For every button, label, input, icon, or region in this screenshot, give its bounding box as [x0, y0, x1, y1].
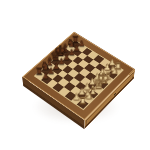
chess-case: ♜♞♝♛♚♝♞♜♟♟♟♟♟♟♟♟♟♟♟♟♟♟♟♟♜♞♝♛♚♝♞♜ — [22, 32, 135, 120]
chess-set-product-photo: ♜♞♝♛♚♝♞♜♟♟♟♟♟♟♟♟♟♟♟♟♟♟♟♟♜♞♝♛♚♝♞♜ — [0, 0, 150, 150]
piece-white-rook: ♜ — [74, 96, 91, 107]
piece-black-pawn: ♟ — [38, 72, 53, 82]
scene: ♜♞♝♛♚♝♞♜♟♟♟♟♟♟♟♟♟♟♟♟♟♟♟♟♜♞♝♛♚♝♞♜ — [0, 0, 150, 150]
drawer-knob — [114, 92, 116, 96]
